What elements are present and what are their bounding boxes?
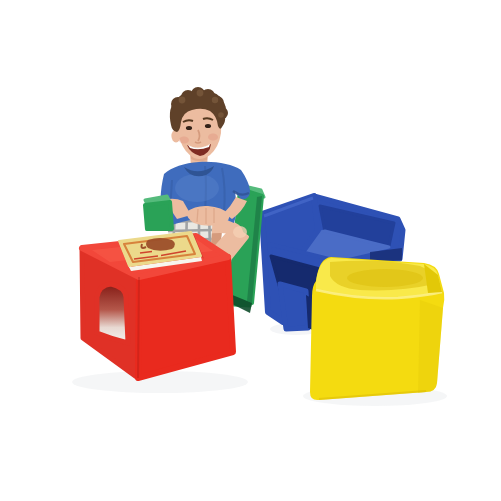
green-chair-left-armrest [145,196,172,229]
boy-cheek-left [179,136,189,143]
yellow-cube-chair [310,257,444,400]
boy-cheek-right [208,133,218,140]
boy-shirt-highlight [175,174,219,202]
yellow-chair-scoop-shadow [347,269,423,287]
blue-chair-front-leg [280,284,308,329]
boy-eye-right [205,124,211,128]
boy-eye-left [186,126,192,130]
photo-svg [0,0,501,501]
product-photo [0,0,501,501]
book-illustration [146,238,175,251]
red-table-corner-edge [138,277,139,378]
boy-knee [233,226,247,238]
green-chair-left-armrest-front [145,202,172,229]
